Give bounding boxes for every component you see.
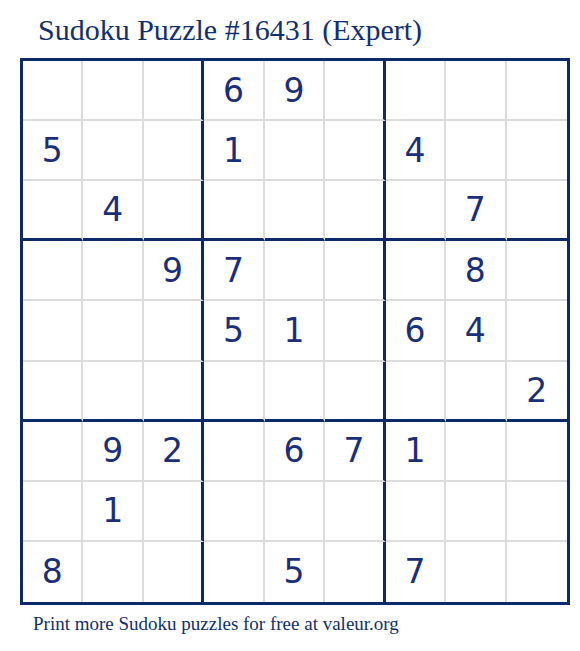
cell-r8c4-empty: [204, 482, 264, 542]
cell-r8c2-given: 1: [83, 482, 143, 542]
cell-r7c9-empty: [507, 422, 567, 482]
cell-r6c9-given: 2: [507, 362, 567, 422]
cell-r1c5-given: 9: [265, 61, 325, 121]
cell-r4c6-empty: [325, 241, 385, 301]
cell-r7c8-empty: [446, 422, 506, 482]
cell-r1c2-empty: [83, 61, 143, 121]
cell-r7c2-given: 9: [83, 422, 143, 482]
cell-r2c8-empty: [446, 121, 506, 181]
cell-r9c4-empty: [204, 542, 264, 602]
cell-r8c9-empty: [507, 482, 567, 542]
cell-r9c9-empty: [507, 542, 567, 602]
cell-r3c6-empty: [325, 181, 385, 241]
cell-r5c8-given: 4: [446, 301, 506, 361]
cell-r2c2-empty: [83, 121, 143, 181]
cell-r1c7-empty: [386, 61, 446, 121]
cell-r3c9-empty: [507, 181, 567, 241]
cell-r1c3-empty: [144, 61, 204, 121]
cell-r1c4-given: 6: [204, 61, 264, 121]
cell-r2c9-empty: [507, 121, 567, 181]
cell-r2c5-empty: [265, 121, 325, 181]
cell-r6c3-empty: [144, 362, 204, 422]
cell-r9c1-given: 8: [23, 542, 83, 602]
cell-r9c3-empty: [144, 542, 204, 602]
cell-r2c4-given: 1: [204, 121, 264, 181]
cell-r3c4-empty: [204, 181, 264, 241]
cell-r9c2-empty: [83, 542, 143, 602]
cell-r1c9-empty: [507, 61, 567, 121]
cell-r8c3-empty: [144, 482, 204, 542]
cell-r2c7-given: 4: [386, 121, 446, 181]
cell-r5c3-empty: [144, 301, 204, 361]
cell-r5c1-empty: [23, 301, 83, 361]
cell-r7c5-given: 6: [265, 422, 325, 482]
cell-r2c1-given: 5: [23, 121, 83, 181]
cell-r7c3-given: 2: [144, 422, 204, 482]
cell-r7c1-empty: [23, 422, 83, 482]
cell-r6c4-empty: [204, 362, 264, 422]
cell-r4c3-given: 9: [144, 241, 204, 301]
cell-r8c8-empty: [446, 482, 506, 542]
cell-r4c7-empty: [386, 241, 446, 301]
cell-r8c1-empty: [23, 482, 83, 542]
cell-r4c1-empty: [23, 241, 83, 301]
cell-r5c9-empty: [507, 301, 567, 361]
cell-r4c4-given: 7: [204, 241, 264, 301]
cell-r5c5-given: 1: [265, 301, 325, 361]
cell-r5c4-given: 5: [204, 301, 264, 361]
cell-r9c5-given: 5: [265, 542, 325, 602]
cell-r4c8-given: 8: [446, 241, 506, 301]
page-title: Sudoku Puzzle #16431 (Expert): [38, 13, 422, 47]
cell-r1c8-empty: [446, 61, 506, 121]
cell-r4c5-empty: [265, 241, 325, 301]
cell-r7c4-empty: [204, 422, 264, 482]
cell-r6c8-empty: [446, 362, 506, 422]
cell-r3c8-given: 7: [446, 181, 506, 241]
cell-r3c1-empty: [23, 181, 83, 241]
cell-r6c1-empty: [23, 362, 83, 422]
cell-r5c6-empty: [325, 301, 385, 361]
cell-r5c2-empty: [83, 301, 143, 361]
cell-r6c6-empty: [325, 362, 385, 422]
cell-r7c6-given: 7: [325, 422, 385, 482]
cell-r7c7-given: 1: [386, 422, 446, 482]
cell-r3c3-empty: [144, 181, 204, 241]
cell-r6c2-empty: [83, 362, 143, 422]
cell-r3c2-given: 4: [83, 181, 143, 241]
cell-r6c5-empty: [265, 362, 325, 422]
cell-r8c7-empty: [386, 482, 446, 542]
cell-r8c6-empty: [325, 482, 385, 542]
cell-r9c6-empty: [325, 542, 385, 602]
cell-r3c5-empty: [265, 181, 325, 241]
footer-text: Print more Sudoku puzzles for free at va…: [33, 613, 399, 635]
cell-r2c3-empty: [144, 121, 204, 181]
cell-r2c6-empty: [325, 121, 385, 181]
cell-r4c9-empty: [507, 241, 567, 301]
cell-r1c1-empty: [23, 61, 83, 121]
cell-r6c7-empty: [386, 362, 446, 422]
cell-r5c7-given: 6: [386, 301, 446, 361]
cell-r1c6-empty: [325, 61, 385, 121]
cell-r8c5-empty: [265, 482, 325, 542]
cell-r9c8-empty: [446, 542, 506, 602]
sudoku-board: 695144797851642926711857: [20, 58, 570, 605]
cell-r4c2-empty: [83, 241, 143, 301]
cell-r3c7-empty: [386, 181, 446, 241]
cell-r9c7-given: 7: [386, 542, 446, 602]
